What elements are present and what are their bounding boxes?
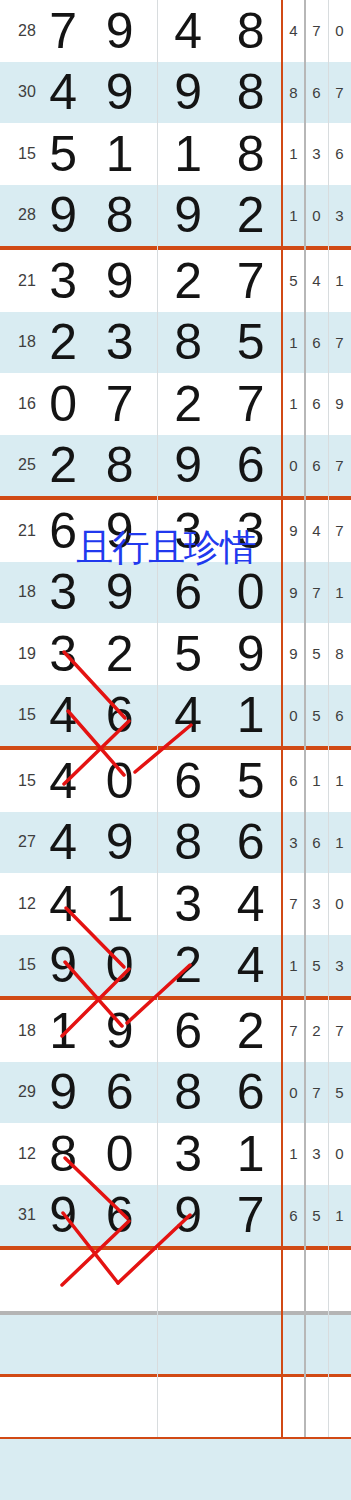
tail-digit: 6 — [305, 334, 328, 351]
draw-digit: 2 — [157, 256, 220, 306]
draw-digit: 6 — [220, 817, 283, 867]
draw-digit: 8 — [157, 1067, 220, 1117]
draw-row: 28 7 9 4 8 4 7 0 — [0, 0, 351, 62]
tail-digit: 1 — [282, 207, 305, 224]
draw-digit: 1 — [92, 129, 149, 179]
tail-digit: 5 — [328, 1084, 351, 1101]
tail-digit: 0 — [282, 707, 305, 724]
draw-digit: 6 — [157, 1006, 220, 1056]
orange-vertical-line — [281, 0, 283, 1437]
draw-digit: 4 — [35, 690, 92, 740]
draw-digit: 7 — [220, 379, 283, 429]
draw-digit: 3 — [157, 879, 220, 929]
tail-digit: 7 — [305, 584, 328, 601]
empty-row-white — [0, 1250, 351, 1311]
draw-digit: 0 — [35, 379, 92, 429]
tail-digit: 0 — [282, 1084, 305, 1101]
tail-digit: 6 — [305, 834, 328, 851]
tail-digit: 7 — [282, 895, 305, 912]
tail-digit: 5 — [305, 707, 328, 724]
tail-digit: 0 — [328, 22, 351, 39]
tail-digit: 4 — [282, 22, 305, 39]
draw-digit: 7 — [220, 1190, 283, 1240]
draw-digit: 2 — [35, 440, 92, 490]
draw-digit: 4 — [35, 879, 92, 929]
draw-digit: 2 — [220, 1006, 283, 1056]
draw-row: 30 4 9 9 8 8 6 7 — [0, 62, 351, 124]
tail-digit: 0 — [328, 1145, 351, 1162]
tail-digit: 9 — [328, 395, 351, 412]
draw-digit: 9 — [92, 256, 149, 306]
watermark-text: 且行且珍惜 — [76, 523, 256, 573]
tail-digit: 7 — [328, 522, 351, 539]
draw-digit: 8 — [220, 6, 283, 56]
empty-row-white — [0, 1377, 351, 1437]
draw-digit: 3 — [92, 317, 149, 367]
tail-digit: 7 — [305, 1084, 328, 1101]
draw-digit: 2 — [92, 629, 149, 679]
tail-digit: 1 — [282, 334, 305, 351]
tail-digit: 5 — [305, 1207, 328, 1224]
tail-digit: 1 — [305, 772, 328, 789]
tail-digit: 8 — [282, 84, 305, 101]
draw-digit: 4 — [35, 756, 92, 806]
draw-digit: 9 — [92, 567, 149, 617]
draw-digit: 9 — [157, 440, 220, 490]
draw-digit: 9 — [92, 817, 149, 867]
tail-digit: 0 — [282, 457, 305, 474]
tail-digit: 1 — [282, 957, 305, 974]
tail-digit: 1 — [282, 145, 305, 162]
draw-digit: 9 — [35, 190, 92, 240]
draw-digit: 3 — [35, 629, 92, 679]
draw-row: 15 4 0 6 5 6 1 1 — [0, 750, 351, 812]
tail-digit: 2 — [305, 1022, 328, 1039]
draw-digit: 2 — [220, 190, 283, 240]
tail-digit: 6 — [328, 707, 351, 724]
draw-row: 21 3 9 2 7 5 4 1 — [0, 250, 351, 312]
draw-row: 31 9 6 9 7 6 5 1 — [0, 1185, 351, 1247]
tail-digit: 9 — [282, 584, 305, 601]
tail-digit: 3 — [305, 1145, 328, 1162]
draw-digit: 6 — [92, 1067, 149, 1117]
draw-digit: 9 — [157, 1190, 220, 1240]
draw-digit: 2 — [35, 317, 92, 367]
draw-digit: 8 — [157, 317, 220, 367]
tail-digit: 3 — [305, 145, 328, 162]
draw-digit: 9 — [92, 67, 149, 117]
draw-digit: 8 — [157, 817, 220, 867]
draw-digit: 3 — [35, 567, 92, 617]
draw-row: 18 2 3 8 5 1 6 7 — [0, 312, 351, 374]
draw-digit: 8 — [220, 129, 283, 179]
draw-digit: 6 — [220, 1067, 283, 1117]
tail-digit: 8 — [328, 645, 351, 662]
tail-digit: 9 — [282, 522, 305, 539]
tail-digit: 6 — [305, 84, 328, 101]
draw-digit: 1 — [220, 1129, 283, 1179]
draw-digit: 4 — [35, 817, 92, 867]
draw-digit: 8 — [92, 190, 149, 240]
tail-digit: 1 — [328, 1207, 351, 1224]
draw-row: 12 4 1 3 4 7 3 0 — [0, 873, 351, 935]
draw-digit: 9 — [157, 190, 220, 240]
column-divider-line — [157, 0, 158, 1437]
draw-digit: 0 — [92, 1129, 149, 1179]
draw-digit: 8 — [220, 67, 283, 117]
tail-digit: 7 — [305, 22, 328, 39]
draw-digit: 2 — [157, 940, 220, 990]
tail-digit: 6 — [282, 772, 305, 789]
draw-digit: 5 — [157, 629, 220, 679]
draw-digit: 4 — [35, 67, 92, 117]
draw-digit: 9 — [92, 1006, 149, 1056]
empty-row-blue-end — [0, 1439, 351, 1500]
tail-digit: 7 — [328, 84, 351, 101]
draw-digit: 5 — [220, 317, 283, 367]
tail-digit: 0 — [328, 895, 351, 912]
draw-digit: 0 — [220, 567, 283, 617]
draw-digit: 5 — [220, 756, 283, 806]
draw-digit: 6 — [157, 756, 220, 806]
tail-digit: 3 — [282, 834, 305, 851]
draw-digit: 1 — [220, 690, 283, 740]
tail-digit: 4 — [305, 272, 328, 289]
draw-row: 12 8 0 3 1 1 3 0 — [0, 1123, 351, 1185]
draw-row: 18 1 9 6 2 7 2 7 — [0, 1000, 351, 1062]
tail-digit: 4 — [305, 522, 328, 539]
light-vertical-line — [328, 0, 329, 1437]
draw-digit: 5 — [35, 129, 92, 179]
tail-digit: 6 — [282, 1207, 305, 1224]
draw-digit: 0 — [92, 756, 149, 806]
tail-digit: 1 — [328, 834, 351, 851]
draw-digit: 7 — [35, 6, 92, 56]
draw-digit: 2 — [157, 379, 220, 429]
draw-digit: 9 — [35, 1190, 92, 1240]
draw-row: 27 4 9 8 6 3 6 1 — [0, 812, 351, 874]
tail-digit: 5 — [305, 645, 328, 662]
gray-vertical-line — [304, 0, 306, 1437]
draw-digit: 4 — [220, 940, 283, 990]
tail-digit: 7 — [282, 1022, 305, 1039]
draw-digit: 6 — [92, 1190, 149, 1240]
draw-digit: 8 — [92, 440, 149, 490]
tail-digit: 1 — [282, 1145, 305, 1162]
draw-digit: 1 — [157, 129, 220, 179]
draw-digit: 4 — [157, 6, 220, 56]
draw-row: 19 3 2 5 9 9 5 8 — [0, 623, 351, 685]
tail-digit: 6 — [328, 145, 351, 162]
draw-digit: 9 — [35, 1067, 92, 1117]
draw-row: 15 4 6 4 1 0 5 6 — [0, 685, 351, 747]
tail-digit: 3 — [305, 895, 328, 912]
tail-digit: 1 — [328, 272, 351, 289]
tail-digit: 5 — [305, 957, 328, 974]
tail-digit: 7 — [328, 457, 351, 474]
tail-digit: 0 — [305, 207, 328, 224]
draw-digit: 9 — [92, 6, 149, 56]
draw-row: 15 5 1 1 8 1 3 6 — [0, 123, 351, 185]
trend-chart-board: 28 7 9 4 8 4 7 0 30 4 9 9 8 8 6 7 15 5 1… — [0, 0, 351, 1500]
tail-digit: 5 — [282, 272, 305, 289]
tail-digit: 6 — [305, 395, 328, 412]
draw-digit: 9 — [157, 67, 220, 117]
draw-digit: 7 — [92, 379, 149, 429]
draw-digit: 9 — [35, 940, 92, 990]
draw-digit: 0 — [92, 940, 149, 990]
tail-digit: 7 — [328, 334, 351, 351]
tail-digit: 1 — [328, 772, 351, 789]
draw-digit: 6 — [220, 440, 283, 490]
draw-digit: 3 — [35, 256, 92, 306]
draw-digit: 8 — [35, 1129, 92, 1179]
draw-digit: 6 — [92, 690, 149, 740]
tail-digit: 6 — [305, 457, 328, 474]
draw-digit: 6 — [157, 567, 220, 617]
draw-row: 15 9 0 2 4 1 5 3 — [0, 935, 351, 997]
tail-digit: 7 — [328, 1022, 351, 1039]
draw-row: 29 9 6 8 6 0 7 5 — [0, 1062, 351, 1124]
tail-digit: 1 — [282, 395, 305, 412]
draw-row: 28 9 8 9 2 1 0 3 — [0, 185, 351, 247]
draw-row: 16 0 7 2 7 1 6 9 — [0, 373, 351, 435]
draw-digit: 4 — [220, 879, 283, 929]
tail-digit: 1 — [328, 584, 351, 601]
tail-digit: 3 — [328, 957, 351, 974]
draw-digit: 9 — [220, 629, 283, 679]
draw-digit: 3 — [157, 1129, 220, 1179]
draw-row: 25 2 8 9 6 0 6 7 — [0, 435, 351, 497]
draw-digit: 4 — [157, 690, 220, 740]
empty-row-blue — [0, 1315, 351, 1374]
tail-digit: 9 — [282, 645, 305, 662]
draw-digit: 7 — [220, 256, 283, 306]
draw-digit: 1 — [92, 879, 149, 929]
tail-digit: 3 — [328, 207, 351, 224]
draw-digit: 1 — [35, 1006, 92, 1056]
